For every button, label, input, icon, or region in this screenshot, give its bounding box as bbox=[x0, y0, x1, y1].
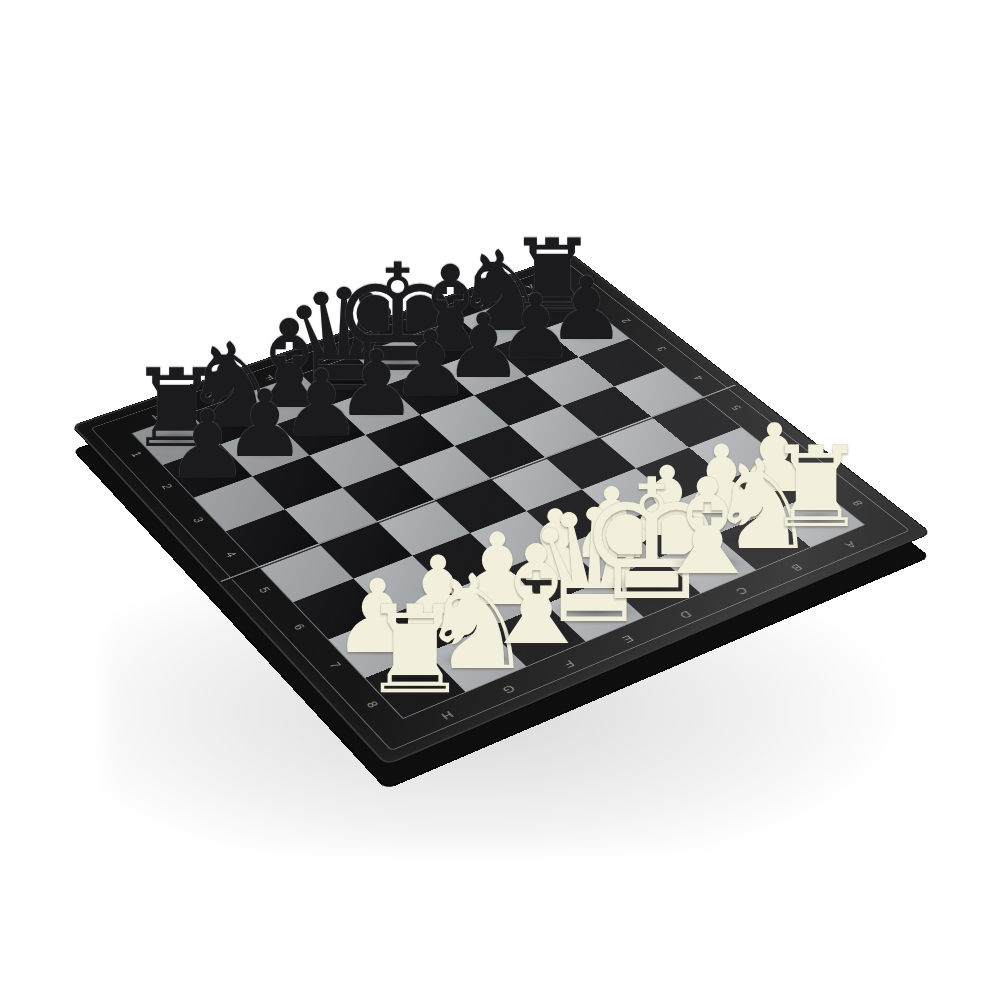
coordinate-label-4-left: 4 bbox=[216, 546, 244, 564]
coordinate-label-6-left: 6 bbox=[284, 618, 313, 637]
photo-background: 1122334455667788HHGGFFEEDDCCBBAA ♜♞♝♛♚♝♞… bbox=[0, 0, 1000, 1000]
coordinate-label-3-right: 3 bbox=[649, 342, 675, 356]
coordinate-label-3-left: 3 bbox=[184, 512, 212, 529]
coordinate-label-5-left: 5 bbox=[250, 581, 279, 599]
coordinate-label-4-right: 4 bbox=[685, 370, 712, 385]
piece-white-rook-a8[interactable]: ♜ bbox=[766, 431, 867, 543]
piece-black-pawn-a2[interactable]: ♟ bbox=[547, 266, 625, 353]
